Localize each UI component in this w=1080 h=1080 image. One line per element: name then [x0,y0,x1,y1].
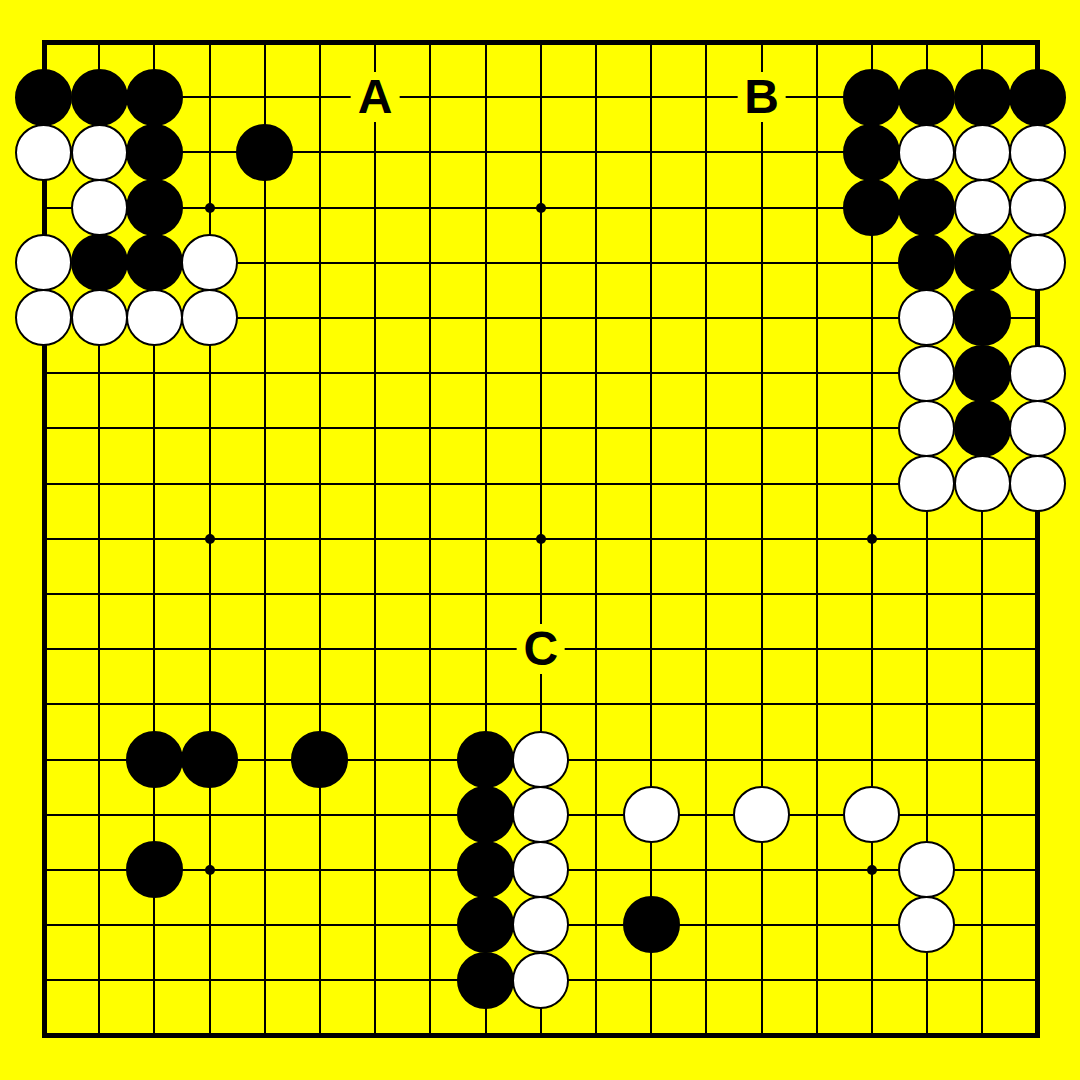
intersection-Q1[interactable] [844,1008,899,1063]
intersection-A12[interactable] [16,401,71,456]
intersection-E13[interactable] [237,346,292,401]
intersection-J12[interactable] [458,401,513,456]
intersection-Q18 [844,70,899,125]
intersection-G5[interactable] [348,787,403,842]
intersection-E16[interactable] [237,180,292,235]
intersection-S1[interactable] [955,1008,1010,1063]
intersection-R5[interactable] [899,787,954,842]
intersection-T8[interactable] [1010,621,1065,676]
intersection-G13[interactable] [348,346,403,401]
intersection-D13[interactable] [182,346,237,401]
intersection-N17[interactable] [679,125,734,180]
intersection-Q8[interactable] [844,621,899,676]
intersection-D19[interactable] [182,14,237,69]
intersection-Q6[interactable] [844,732,899,787]
intersection-L7[interactable] [568,677,623,732]
intersection-Q12[interactable] [844,401,899,456]
go-board-diagram: A B C [0,0,1080,1080]
intersection-G12[interactable] [348,401,403,456]
intersection-L13[interactable] [568,346,623,401]
intersection-P3[interactable] [789,897,844,952]
intersection-M4[interactable] [623,842,678,897]
intersection-E3[interactable] [237,897,292,952]
intersection-O12[interactable] [734,401,789,456]
intersection-E19[interactable] [237,14,292,69]
intersection-Q14[interactable] [844,290,899,345]
intersection-L18[interactable] [568,70,623,125]
intersection-G10[interactable] [348,511,403,566]
intersection-O16[interactable] [734,180,789,235]
intersection-D7[interactable] [182,677,237,732]
intersection-M1[interactable] [623,1008,678,1063]
intersection-D10[interactable] [182,511,237,566]
intersection-B11[interactable] [72,456,127,511]
intersection-M14[interactable] [623,290,678,345]
intersection-A6[interactable] [16,732,71,787]
intersection-D4[interactable] [182,842,237,897]
intersection-C5[interactable] [127,787,182,842]
intersection-G14[interactable] [348,290,403,345]
intersection-H8[interactable] [403,621,458,676]
intersection-O8[interactable] [734,621,789,676]
intersection-H4[interactable] [403,842,458,897]
intersection-G6[interactable] [348,732,403,787]
intersection-J15[interactable] [458,235,513,290]
intersection-A2[interactable] [16,953,71,1008]
intersection-O14[interactable] [734,290,789,345]
intersection-B13[interactable] [72,346,127,401]
intersection-M2[interactable] [623,953,678,1008]
intersection-K11[interactable] [513,456,568,511]
intersection-E5[interactable] [237,787,292,842]
intersection-L19[interactable] [568,14,623,69]
intersection-N3[interactable] [679,897,734,952]
intersection-O13[interactable] [734,346,789,401]
black-stone [15,69,72,126]
intersection-T2[interactable] [1010,953,1065,1008]
intersection-M8[interactable] [623,621,678,676]
intersection-E6[interactable] [237,732,292,787]
intersection-N9[interactable] [679,566,734,621]
intersection-E1[interactable] [237,1008,292,1063]
intersection-F8[interactable] [292,621,347,676]
intersection-B3[interactable] [72,897,127,952]
intersection-S5[interactable] [955,787,1010,842]
intersection-C19[interactable] [127,14,182,69]
intersection-O3[interactable] [734,897,789,952]
intersection-P13[interactable] [789,346,844,401]
intersection-J13[interactable] [458,346,513,401]
intersection-R9[interactable] [899,566,954,621]
intersection-S8[interactable] [955,621,1010,676]
intersection-S9[interactable] [955,566,1010,621]
intersection-A5[interactable] [16,787,71,842]
intersection-G16[interactable] [348,180,403,235]
intersection-O9[interactable] [734,566,789,621]
intersection-E2[interactable] [237,953,292,1008]
intersection-T6[interactable] [1010,732,1065,787]
intersection-P12[interactable] [789,401,844,456]
intersection-R10[interactable] [899,511,954,566]
intersection-O1[interactable] [734,1008,789,1063]
intersection-O2[interactable] [734,953,789,1008]
intersection-T10[interactable] [1010,511,1065,566]
intersection-J18[interactable] [458,70,513,125]
intersection-B6[interactable] [72,732,127,787]
intersection-N8[interactable] [679,621,734,676]
intersection-C2[interactable] [127,953,182,1008]
intersection-H3[interactable] [403,897,458,952]
intersection-N13[interactable] [679,346,734,401]
intersection-Q19[interactable] [844,14,899,69]
intersection-C10[interactable] [127,511,182,566]
intersection-B5[interactable] [72,787,127,842]
intersection-N5[interactable] [679,787,734,842]
intersection-F11[interactable] [292,456,347,511]
intersection-F4[interactable] [292,842,347,897]
intersection-L4[interactable] [568,842,623,897]
intersection-S19[interactable] [955,14,1010,69]
intersection-Q9[interactable] [844,566,899,621]
intersection-K18[interactable] [513,70,568,125]
intersection-P15[interactable] [789,235,844,290]
intersection-R2[interactable] [899,953,954,1008]
intersection-S6[interactable] [955,732,1010,787]
intersection-F17[interactable] [292,125,347,180]
intersection-E9[interactable] [237,566,292,621]
intersection-N15[interactable] [679,235,734,290]
intersection-P19[interactable] [789,14,844,69]
intersection-F5[interactable] [292,787,347,842]
intersection-G17[interactable] [348,125,403,180]
intersection-P5[interactable] [789,787,844,842]
intersection-K14[interactable] [513,290,568,345]
intersection-C1[interactable] [127,1008,182,1063]
intersection-P8[interactable] [789,621,844,676]
intersection-Q13[interactable] [844,346,899,401]
intersection-L17[interactable] [568,125,623,180]
intersection-A10[interactable] [16,511,71,566]
intersection-K13[interactable] [513,346,568,401]
intersection-N19[interactable] [679,14,734,69]
intersection-O19[interactable] [734,14,789,69]
intersection-M16[interactable] [623,180,678,235]
intersection-N11[interactable] [679,456,734,511]
intersection-P6[interactable] [789,732,844,787]
intersection-J19[interactable] [458,14,513,69]
intersection-E14[interactable] [237,290,292,345]
intersection-T1[interactable] [1010,1008,1065,1063]
intersection-O11[interactable] [734,456,789,511]
intersection-J9[interactable] [458,566,513,621]
white-stone [898,841,955,898]
intersection-L12[interactable] [568,401,623,456]
intersection-A13[interactable] [16,346,71,401]
intersection-A4[interactable] [16,842,71,897]
intersection-N12[interactable] [679,401,734,456]
intersection-D18[interactable] [182,70,237,125]
intersection-K7[interactable] [513,677,568,732]
intersection-R19[interactable] [899,14,954,69]
intersection-N7[interactable] [679,677,734,732]
intersection-B12[interactable] [72,401,127,456]
intersection-P10[interactable] [789,511,844,566]
intersection-T19[interactable] [1010,14,1065,69]
intersection-F3[interactable] [292,897,347,952]
intersection-L16[interactable] [568,180,623,235]
intersection-H19[interactable] [403,14,458,69]
intersection-A11[interactable] [16,456,71,511]
intersection-P14[interactable] [789,290,844,345]
intersection-D8[interactable] [182,621,237,676]
intersection-F9[interactable] [292,566,347,621]
intersection-E15[interactable] [237,235,292,290]
intersection-H10[interactable] [403,511,458,566]
intersection-M7[interactable] [623,677,678,732]
intersection-E12[interactable] [237,401,292,456]
intersection-J8[interactable] [458,621,513,676]
intersection-O7[interactable] [734,677,789,732]
intersection-K19[interactable] [513,14,568,69]
intersection-T14[interactable] [1010,290,1065,345]
intersection-T5[interactable] [1010,787,1065,842]
intersection-E4[interactable] [237,842,292,897]
intersection-M12[interactable] [623,401,678,456]
intersection-H17[interactable] [403,125,458,180]
intersection-P1[interactable] [789,1008,844,1063]
intersection-O17[interactable] [734,125,789,180]
intersection-L9[interactable] [568,566,623,621]
intersection-N18[interactable] [679,70,734,125]
intersection-O4[interactable] [734,842,789,897]
intersection-A3[interactable] [16,897,71,952]
intersection-N16[interactable] [679,180,734,235]
intersection-L10[interactable] [568,511,623,566]
intersection-F15[interactable] [292,235,347,290]
intersection-M17[interactable] [623,125,678,180]
intersection-D12[interactable] [182,401,237,456]
intersection-T3[interactable] [1010,897,1065,952]
intersection-G2[interactable] [348,953,403,1008]
intersection-B4[interactable] [72,842,127,897]
intersection-H14[interactable] [403,290,458,345]
intersection-P2[interactable] [789,953,844,1008]
intersection-S4[interactable] [955,842,1010,897]
intersection-F1[interactable] [292,1008,347,1063]
intersection-B2[interactable] [72,953,127,1008]
intersection-G11[interactable] [348,456,403,511]
intersection-D16[interactable] [182,180,237,235]
intersection-F12[interactable] [292,401,347,456]
intersection-E10[interactable] [237,511,292,566]
intersection-H1[interactable] [403,1008,458,1063]
intersection-K1[interactable] [513,1008,568,1063]
intersection-M13[interactable] [623,346,678,401]
intersection-P16[interactable] [789,180,844,235]
intersection-A9[interactable] [16,566,71,621]
intersection-B10[interactable] [72,511,127,566]
intersection-H9[interactable] [403,566,458,621]
intersection-D17[interactable] [182,125,237,180]
intersection-F19[interactable] [292,14,347,69]
intersection-G9[interactable] [348,566,403,621]
intersection-J1[interactable] [458,1008,513,1063]
intersection-B8[interactable] [72,621,127,676]
intersection-R1[interactable] [899,1008,954,1063]
intersection-S7[interactable] [955,677,1010,732]
intersection-D1[interactable] [182,1008,237,1063]
intersection-N6[interactable] [679,732,734,787]
intersection-K15[interactable] [513,235,568,290]
intersection-C7[interactable] [127,677,182,732]
intersection-D9[interactable] [182,566,237,621]
intersection-Q3[interactable] [844,897,899,952]
intersection-D11[interactable] [182,456,237,511]
intersection-F13[interactable] [292,346,347,401]
intersection-L8[interactable] [568,621,623,676]
intersection-L5[interactable] [568,787,623,842]
intersection-J7[interactable] [458,677,513,732]
intersection-C8[interactable] [127,621,182,676]
intersection-L15[interactable] [568,235,623,290]
intersection-G3[interactable] [348,897,403,952]
intersection-O15[interactable] [734,235,789,290]
intersection-H6[interactable] [403,732,458,787]
intersection-O10[interactable] [734,511,789,566]
intersection-M6[interactable] [623,732,678,787]
intersection-N10[interactable] [679,511,734,566]
intersection-E7[interactable] [237,677,292,732]
intersection-C3[interactable] [127,897,182,952]
intersection-F7[interactable] [292,677,347,732]
white-stone [71,124,128,181]
intersection-A7[interactable] [16,677,71,732]
intersection-M11[interactable] [623,456,678,511]
intersection-C12[interactable] [127,401,182,456]
intersection-F10[interactable] [292,511,347,566]
intersection-M18[interactable] [623,70,678,125]
intersection-H5[interactable] [403,787,458,842]
intersection-K12[interactable] [513,401,568,456]
intersection-Q15[interactable] [844,235,899,290]
intersection-Q11[interactable] [844,456,899,511]
intersection-A8[interactable] [16,621,71,676]
intersection-N14[interactable] [679,290,734,345]
intersection-Q7[interactable] [844,677,899,732]
intersection-S10[interactable] [955,511,1010,566]
intersection-G19[interactable] [348,14,403,69]
intersection-Q4[interactable] [844,842,899,897]
intersection-H7[interactable] [403,677,458,732]
intersection-M19[interactable] [623,14,678,69]
intersection-L3[interactable] [568,897,623,952]
intersection-H15[interactable] [403,235,458,290]
intersection-L11[interactable] [568,456,623,511]
intersection-E18[interactable] [237,70,292,125]
intersection-R6[interactable] [899,732,954,787]
intersection-J17[interactable] [458,125,513,180]
intersection-K10[interactable] [513,511,568,566]
intersection-P7[interactable] [789,677,844,732]
intersection-J14[interactable] [458,290,513,345]
intersection-C9[interactable] [127,566,182,621]
intersection-J10[interactable] [458,511,513,566]
intersection-D5[interactable] [182,787,237,842]
intersection-O6[interactable] [734,732,789,787]
intersection-K17[interactable] [513,125,568,180]
intersection-R8[interactable] [899,621,954,676]
intersection-L14[interactable] [568,290,623,345]
intersection-H16[interactable] [403,180,458,235]
intersection-A16[interactable] [16,180,71,235]
intersection-B1[interactable] [72,1008,127,1063]
intersection-J16[interactable] [458,180,513,235]
intersection-H13[interactable] [403,346,458,401]
intersection-D3[interactable] [182,897,237,952]
intersection-F18[interactable] [292,70,347,125]
intersection-F14[interactable] [292,290,347,345]
intersection-M9[interactable] [623,566,678,621]
intersection-S2[interactable] [955,953,1010,1008]
intersection-G1[interactable] [348,1008,403,1063]
intersection-N2[interactable] [679,953,734,1008]
intersection-P11[interactable] [789,456,844,511]
intersection-P4[interactable] [789,842,844,897]
intersection-H11[interactable] [403,456,458,511]
intersection-B19[interactable] [72,14,127,69]
intersection-G7[interactable] [348,677,403,732]
intersection-R7[interactable] [899,677,954,732]
intersection-H2[interactable] [403,953,458,1008]
intersection-M10[interactable] [623,511,678,566]
intersection-Q2[interactable] [844,953,899,1008]
intersection-H18[interactable] [403,70,458,125]
intersection-G4[interactable] [348,842,403,897]
intersection-T7[interactable] [1010,677,1065,732]
intersection-K16[interactable] [513,180,568,235]
intersection-F2[interactable] [292,953,347,1008]
intersection-T9[interactable] [1010,566,1065,621]
intersection-G8[interactable] [348,621,403,676]
intersection-H12[interactable] [403,401,458,456]
intersection-L1[interactable] [568,1008,623,1063]
intersection-B9[interactable] [72,566,127,621]
intersection-K9[interactable] [513,566,568,621]
intersection-P18[interactable] [789,70,844,125]
intersection-P9[interactable] [789,566,844,621]
intersection-B7[interactable] [72,677,127,732]
intersection-T4[interactable] [1010,842,1065,897]
intersection-E8[interactable] [237,621,292,676]
intersection-L6[interactable] [568,732,623,787]
intersection-Q10[interactable] [844,511,899,566]
intersection-C13[interactable] [127,346,182,401]
intersection-A19[interactable] [16,14,71,69]
intersection-L2[interactable] [568,953,623,1008]
intersection-J11[interactable] [458,456,513,511]
intersection-A1[interactable] [16,1008,71,1063]
intersection-D2[interactable] [182,953,237,1008]
intersection-F16[interactable] [292,180,347,235]
intersection-E11[interactable] [237,456,292,511]
intersection-G15[interactable] [348,235,403,290]
intersection-N1[interactable] [679,1008,734,1063]
intersection-M15[interactable] [623,235,678,290]
intersection-P17[interactable] [789,125,844,180]
intersection-N4[interactable] [679,842,734,897]
intersection-C11[interactable] [127,456,182,511]
intersection-S3[interactable] [955,897,1010,952]
